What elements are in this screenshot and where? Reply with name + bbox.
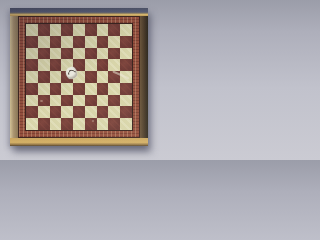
board-square[interactable] <box>120 83 132 95</box>
board-square[interactable] <box>26 106 38 118</box>
board-square[interactable] <box>108 36 120 48</box>
board-square[interactable] <box>120 48 132 60</box>
board-square[interactable] <box>61 83 73 95</box>
board-square[interactable] <box>97 71 109 83</box>
board-square[interactable] <box>108 83 120 95</box>
board-square[interactable] <box>50 95 62 107</box>
board-square[interactable] <box>50 106 62 118</box>
board-square[interactable] <box>120 36 132 48</box>
board-square[interactable] <box>85 95 97 107</box>
board-frame-right <box>140 16 148 138</box>
board-square[interactable] <box>61 24 73 36</box>
photo-background <box>0 0 160 160</box>
board-square[interactable] <box>85 48 97 60</box>
board-square[interactable] <box>85 59 97 71</box>
checkers-board <box>10 8 148 146</box>
board-square[interactable] <box>38 24 50 36</box>
board-square[interactable] <box>73 95 85 107</box>
board-square[interactable] <box>97 106 109 118</box>
board-square[interactable] <box>26 95 38 107</box>
board-square[interactable] <box>97 36 109 48</box>
board-square[interactable] <box>50 59 62 71</box>
board-square[interactable] <box>108 59 120 71</box>
board-square[interactable] <box>50 71 62 83</box>
board-square[interactable] <box>120 59 132 71</box>
board-square[interactable] <box>108 106 120 118</box>
board-square[interactable] <box>73 24 85 36</box>
board-square[interactable] <box>108 48 120 60</box>
board-square[interactable] <box>85 118 97 130</box>
board-square[interactable] <box>120 24 132 36</box>
board-square[interactable] <box>61 106 73 118</box>
board-square[interactable] <box>97 95 109 107</box>
board-square[interactable] <box>50 48 62 60</box>
board-square[interactable] <box>50 83 62 95</box>
board-square[interactable] <box>97 48 109 60</box>
board-square[interactable] <box>26 59 38 71</box>
board-square[interactable] <box>61 48 73 60</box>
board-square[interactable] <box>38 118 50 130</box>
wear-speck <box>40 100 43 102</box>
board-grid <box>25 23 133 131</box>
board-square[interactable] <box>61 36 73 48</box>
board-square[interactable] <box>97 59 109 71</box>
board-square[interactable] <box>26 24 38 36</box>
decorative-border-ring <box>18 16 140 138</box>
board-square[interactable] <box>73 36 85 48</box>
scuff-scratch-line <box>67 69 77 78</box>
board-square[interactable] <box>108 118 120 130</box>
board-square[interactable] <box>85 24 97 36</box>
board-square[interactable] <box>108 95 120 107</box>
board-square[interactable] <box>73 48 85 60</box>
board-square[interactable] <box>85 106 97 118</box>
board-square[interactable] <box>97 83 109 95</box>
board-square[interactable] <box>61 95 73 107</box>
board-square[interactable] <box>26 118 38 130</box>
board-square[interactable] <box>85 36 97 48</box>
board-square[interactable] <box>38 71 50 83</box>
wear-speck <box>92 120 94 122</box>
board-square[interactable] <box>38 106 50 118</box>
board-square[interactable] <box>38 48 50 60</box>
board-square[interactable] <box>120 106 132 118</box>
board-square[interactable] <box>85 83 97 95</box>
board-square[interactable] <box>97 118 109 130</box>
board-frame-left <box>10 16 18 138</box>
board-square[interactable] <box>50 118 62 130</box>
board-square[interactable] <box>38 36 50 48</box>
board-square[interactable] <box>26 71 38 83</box>
board-square[interactable] <box>50 24 62 36</box>
board-square[interactable] <box>108 24 120 36</box>
board-square[interactable] <box>61 118 73 130</box>
board-square[interactable] <box>73 83 85 95</box>
board-square[interactable] <box>26 48 38 60</box>
board-square[interactable] <box>73 106 85 118</box>
board-square[interactable] <box>97 24 109 36</box>
board-frame-bottom <box>10 138 148 146</box>
board-square[interactable] <box>120 118 132 130</box>
board-square[interactable] <box>73 118 85 130</box>
board-square[interactable] <box>26 36 38 48</box>
board-frame-top <box>10 8 148 16</box>
board-square[interactable] <box>85 71 97 83</box>
board-square[interactable] <box>26 83 38 95</box>
board-square[interactable] <box>120 95 132 107</box>
board-square[interactable] <box>38 83 50 95</box>
board-square[interactable] <box>50 36 62 48</box>
board-square[interactable] <box>38 59 50 71</box>
